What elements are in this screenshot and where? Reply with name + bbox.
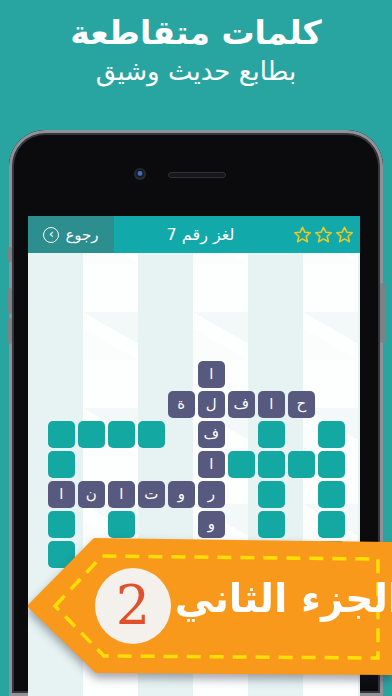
cell-letter: ح [296, 395, 306, 413]
empty-cell[interactable] [48, 511, 75, 538]
letter-cell[interactable]: ا [258, 391, 285, 418]
back-label: رجوع [65, 226, 98, 244]
empty-cell[interactable] [48, 451, 75, 478]
cell-letter: ة [177, 395, 185, 413]
cell-letter: ا [209, 365, 213, 383]
cell-letter: ن [86, 485, 97, 503]
letter-cell[interactable]: و [168, 481, 195, 508]
star-icon [293, 225, 312, 244]
cell-letter: ت [144, 485, 158, 503]
empty-cell[interactable] [258, 511, 285, 538]
cell-letter: و [208, 515, 215, 533]
star-rating [287, 216, 360, 253]
earpiece-speaker-icon [168, 172, 226, 178]
letter-cell[interactable]: ا [198, 361, 225, 388]
cell-letter: ا [59, 485, 63, 503]
back-button[interactable]: ‹ رجوع [28, 216, 114, 253]
empty-cell[interactable] [138, 421, 165, 448]
part-number: 2 [116, 579, 150, 633]
cell-letter: و [178, 485, 185, 503]
puzzle-title: لغز رقم 7 [114, 216, 287, 253]
empty-cell[interactable] [318, 451, 345, 478]
empty-cell[interactable] [258, 451, 285, 478]
empty-cell[interactable] [258, 481, 285, 508]
letter-cell[interactable]: ة [168, 391, 195, 418]
cell-letter: ا [119, 485, 123, 503]
ribbon-label: الجزء الثاني [186, 536, 390, 676]
letter-cell[interactable]: ف [228, 391, 255, 418]
empty-cell[interactable] [228, 451, 255, 478]
back-chevron-icon: ‹ [43, 227, 59, 243]
empty-cell[interactable] [48, 421, 75, 448]
letter-cell[interactable]: ف [198, 421, 225, 448]
empty-cell[interactable] [78, 421, 105, 448]
letter-cell[interactable]: و [198, 511, 225, 538]
volume-up-button [8, 288, 12, 314]
cell-letter: ل [206, 395, 217, 413]
letter-cell[interactable]: ح [288, 391, 315, 418]
empty-cell[interactable] [318, 481, 345, 508]
part-number-badge: 2 [95, 568, 171, 644]
empty-cell[interactable] [318, 421, 345, 448]
cell-letter: ا [269, 395, 273, 413]
app-title: كلمات متقاطعة [0, 13, 392, 52]
hero-header: كلمات متقاطعة بطابع حديث وشيق [0, 0, 392, 86]
letter-cell[interactable]: ا [108, 481, 135, 508]
star-icon [314, 225, 333, 244]
letter-cell[interactable]: ر [198, 481, 225, 508]
letter-cell[interactable]: ل [198, 391, 225, 418]
empty-cell[interactable] [108, 421, 135, 448]
star-icon [335, 225, 354, 244]
letter-cell[interactable]: ا [198, 451, 225, 478]
power-button [380, 283, 385, 343]
cell-letter: ف [203, 425, 219, 443]
cell-letter: ر [208, 485, 215, 503]
app-subtitle: بطابع حديث وشيق [0, 56, 392, 86]
part-ribbon: 2 الجزء الثاني [28, 536, 392, 676]
volume-down-button [8, 318, 12, 344]
cell-letter: ا [209, 455, 213, 473]
letter-cell[interactable]: ا [48, 481, 75, 508]
navigation-bar: ‹ رجوع لغز رقم 7 [28, 216, 360, 253]
letter-cell[interactable]: ت [138, 481, 165, 508]
mute-switch [8, 247, 12, 262]
cell-letter: ف [233, 395, 249, 413]
front-camera-icon [134, 168, 146, 180]
empty-cell[interactable] [108, 511, 135, 538]
empty-cell[interactable] [288, 451, 315, 478]
empty-cell[interactable] [258, 421, 285, 448]
empty-cell[interactable] [318, 511, 345, 538]
letter-cell[interactable]: ن [78, 481, 105, 508]
